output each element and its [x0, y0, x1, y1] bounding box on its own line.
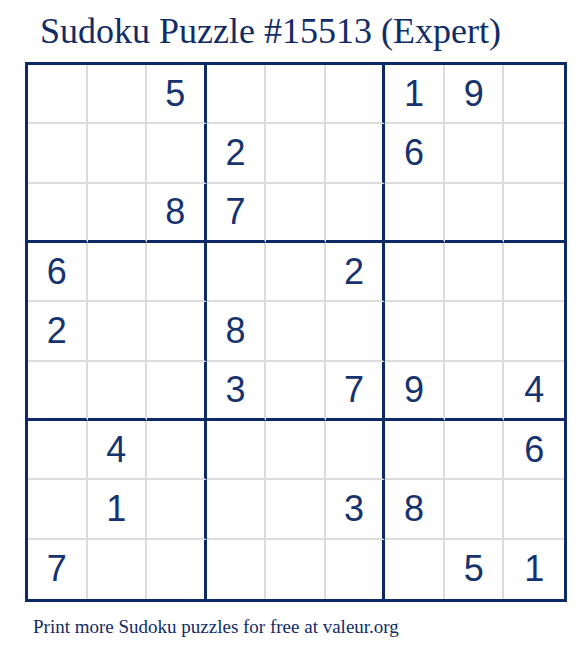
cell-r7c3 — [147, 421, 207, 480]
cell-r6c5 — [266, 362, 326, 421]
cell-r2c7: 6 — [385, 124, 445, 183]
cell-r2c9 — [504, 124, 564, 183]
cell-r1c6 — [326, 65, 386, 124]
cell-r4c5 — [266, 243, 326, 302]
cell-r9c1: 7 — [28, 540, 88, 599]
cell-r7c7 — [385, 421, 445, 480]
cell-r9c6 — [326, 540, 386, 599]
cell-r6c9: 4 — [504, 362, 564, 421]
cell-r9c7 — [385, 540, 445, 599]
cell-r7c2: 4 — [88, 421, 148, 480]
cell-r6c2 — [88, 362, 148, 421]
cell-r7c4 — [207, 421, 267, 480]
cell-r8c2: 1 — [88, 480, 148, 539]
cell-r6c3 — [147, 362, 207, 421]
cell-r6c6: 7 — [326, 362, 386, 421]
cell-r6c4: 3 — [207, 362, 267, 421]
cell-r3c5 — [266, 184, 326, 243]
cell-r8c8 — [445, 480, 505, 539]
cell-r5c5 — [266, 302, 326, 361]
cell-r9c2 — [88, 540, 148, 599]
cell-r1c3: 5 — [147, 65, 207, 124]
cell-r7c1 — [28, 421, 88, 480]
cell-r1c7: 1 — [385, 65, 445, 124]
cell-r8c4 — [207, 480, 267, 539]
page-title: Sudoku Puzzle #15513 (Expert) — [40, 10, 501, 52]
cell-r8c3 — [147, 480, 207, 539]
cell-r3c7 — [385, 184, 445, 243]
cell-r5c7 — [385, 302, 445, 361]
cell-r5c8 — [445, 302, 505, 361]
cell-r5c4: 8 — [207, 302, 267, 361]
cell-r9c8: 5 — [445, 540, 505, 599]
cell-r4c3 — [147, 243, 207, 302]
cell-r4c6: 2 — [326, 243, 386, 302]
cell-r1c4 — [207, 65, 267, 124]
cell-r4c4 — [207, 243, 267, 302]
cell-r2c2 — [88, 124, 148, 183]
cell-r2c3 — [147, 124, 207, 183]
cell-r4c9 — [504, 243, 564, 302]
cell-r5c3 — [147, 302, 207, 361]
cell-r8c9 — [504, 480, 564, 539]
cell-r3c8 — [445, 184, 505, 243]
cell-r4c8 — [445, 243, 505, 302]
cell-r4c2 — [88, 243, 148, 302]
cell-r3c3: 8 — [147, 184, 207, 243]
cell-r3c4: 7 — [207, 184, 267, 243]
cell-r1c1 — [28, 65, 88, 124]
cell-r2c5 — [266, 124, 326, 183]
cell-r5c2 — [88, 302, 148, 361]
cell-r9c4 — [207, 540, 267, 599]
cell-r7c6 — [326, 421, 386, 480]
cell-r2c8 — [445, 124, 505, 183]
cell-r2c4: 2 — [207, 124, 267, 183]
cell-r2c6 — [326, 124, 386, 183]
cell-r1c8: 9 — [445, 65, 505, 124]
cell-r8c1 — [28, 480, 88, 539]
cell-r1c2 — [88, 65, 148, 124]
cell-r8c5 — [266, 480, 326, 539]
cell-r8c7: 8 — [385, 480, 445, 539]
cell-r1c5 — [266, 65, 326, 124]
cell-r5c9 — [504, 302, 564, 361]
cell-r7c8 — [445, 421, 505, 480]
footer-text: Print more Sudoku puzzles for free at va… — [33, 616, 399, 638]
cell-r6c1 — [28, 362, 88, 421]
cell-r4c1: 6 — [28, 243, 88, 302]
cell-r6c8 — [445, 362, 505, 421]
cell-r1c9 — [504, 65, 564, 124]
cell-r8c6: 3 — [326, 480, 386, 539]
cell-r2c1 — [28, 124, 88, 183]
cell-r9c5 — [266, 540, 326, 599]
cell-r3c6 — [326, 184, 386, 243]
sudoku-board: 51926876228379446138751 — [25, 62, 567, 602]
cell-r6c7: 9 — [385, 362, 445, 421]
cell-r4c7 — [385, 243, 445, 302]
cell-r9c9: 1 — [504, 540, 564, 599]
cell-r7c9: 6 — [504, 421, 564, 480]
cell-r3c9 — [504, 184, 564, 243]
cell-r5c1: 2 — [28, 302, 88, 361]
cell-r3c1 — [28, 184, 88, 243]
cell-r9c3 — [147, 540, 207, 599]
cell-r3c2 — [88, 184, 148, 243]
cell-r7c5 — [266, 421, 326, 480]
cell-r5c6 — [326, 302, 386, 361]
